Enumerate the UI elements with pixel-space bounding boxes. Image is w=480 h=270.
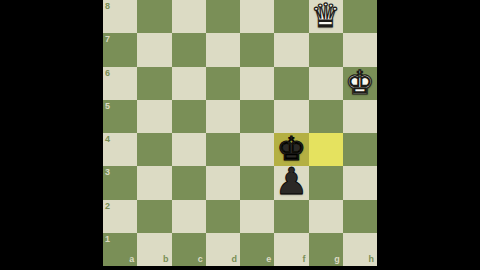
square-d4[interactable] [206, 133, 240, 166]
square-b1[interactable]: b [137, 233, 171, 266]
square-e4[interactable] [240, 133, 274, 166]
square-c5[interactable] [172, 100, 206, 133]
square-a2[interactable]: 2 [103, 200, 137, 233]
square-b7[interactable] [137, 33, 171, 66]
square-a3[interactable]: 3 [103, 166, 137, 199]
rank-label-5: 5 [105, 102, 110, 111]
rank-label-2: 2 [105, 202, 110, 211]
square-f6[interactable] [274, 67, 308, 100]
square-h6[interactable]: ♚ [343, 67, 377, 100]
rank-label-4: 4 [105, 135, 110, 144]
square-g6[interactable] [309, 67, 343, 100]
square-c2[interactable] [172, 200, 206, 233]
square-f3[interactable]: ♟ [274, 166, 308, 199]
rank-label-3: 3 [105, 168, 110, 177]
square-a1[interactable]: 1a [103, 233, 137, 266]
white-queen[interactable]: ♛ [309, 0, 343, 32]
square-c4[interactable] [172, 133, 206, 166]
file-label-a: a [129, 255, 134, 264]
square-e6[interactable] [240, 67, 274, 100]
file-label-g: g [334, 255, 340, 264]
square-e1[interactable]: e [240, 233, 274, 266]
square-g8[interactable]: ♛ [309, 0, 343, 33]
square-c7[interactable] [172, 33, 206, 66]
square-d3[interactable] [206, 166, 240, 199]
rank-label-7: 7 [105, 35, 110, 44]
square-g4[interactable] [309, 133, 343, 166]
square-f2[interactable] [274, 200, 308, 233]
square-a4[interactable]: 4 [103, 133, 137, 166]
square-e2[interactable] [240, 200, 274, 233]
square-f5[interactable] [274, 100, 308, 133]
rank-label-1: 1 [105, 235, 110, 244]
square-d7[interactable] [206, 33, 240, 66]
black-pawn[interactable]: ♟ [274, 165, 308, 198]
file-label-e: e [266, 255, 271, 264]
square-f4[interactable]: ♚ [274, 133, 308, 166]
file-label-f: f [303, 255, 306, 264]
square-g7[interactable] [309, 33, 343, 66]
square-h2[interactable] [343, 200, 377, 233]
square-b3[interactable] [137, 166, 171, 199]
square-h1[interactable]: h [343, 233, 377, 266]
square-g3[interactable] [309, 166, 343, 199]
square-a6[interactable]: 6 [103, 67, 137, 100]
square-g1[interactable]: g [309, 233, 343, 266]
square-c8[interactable] [172, 0, 206, 33]
square-e3[interactable] [240, 166, 274, 199]
square-c1[interactable]: c [172, 233, 206, 266]
square-b4[interactable] [137, 133, 171, 166]
square-h3[interactable] [343, 166, 377, 199]
video-frame: 8♛76♚54♚3♟21abcdefgh [0, 0, 480, 270]
black-king[interactable]: ♚ [274, 132, 308, 165]
square-e7[interactable] [240, 33, 274, 66]
square-h8[interactable] [343, 0, 377, 33]
square-b6[interactable] [137, 67, 171, 100]
square-d2[interactable] [206, 200, 240, 233]
square-g2[interactable] [309, 200, 343, 233]
square-b5[interactable] [137, 100, 171, 133]
square-h4[interactable] [343, 133, 377, 166]
square-d6[interactable] [206, 67, 240, 100]
square-c3[interactable] [172, 166, 206, 199]
square-h5[interactable] [343, 100, 377, 133]
square-b2[interactable] [137, 200, 171, 233]
square-f8[interactable] [274, 0, 308, 33]
square-a8[interactable]: 8 [103, 0, 137, 33]
square-d1[interactable]: d [206, 233, 240, 266]
square-f1[interactable]: f [274, 233, 308, 266]
square-e8[interactable] [240, 0, 274, 33]
square-h7[interactable] [343, 33, 377, 66]
square-e5[interactable] [240, 100, 274, 133]
square-g5[interactable] [309, 100, 343, 133]
square-d8[interactable] [206, 0, 240, 33]
square-a5[interactable]: 5 [103, 100, 137, 133]
file-label-c: c [198, 255, 203, 264]
rank-label-8: 8 [105, 2, 110, 11]
square-b8[interactable] [137, 0, 171, 33]
rank-label-6: 6 [105, 69, 110, 78]
file-label-h: h [369, 255, 375, 264]
square-a7[interactable]: 7 [103, 33, 137, 66]
file-label-d: d [232, 255, 238, 264]
square-f7[interactable] [274, 33, 308, 66]
white-king[interactable]: ♚ [343, 66, 377, 99]
square-d5[interactable] [206, 100, 240, 133]
file-label-b: b [163, 255, 169, 264]
chess-board: 8♛76♚54♚3♟21abcdefgh [103, 0, 377, 266]
square-c6[interactable] [172, 67, 206, 100]
